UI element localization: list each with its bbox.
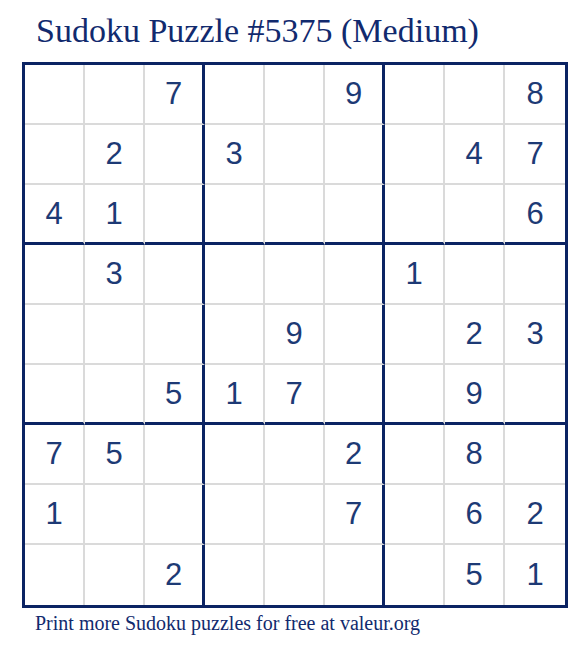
cell-r5c9: 3 <box>505 305 565 365</box>
cell-r2c5[interactable] <box>265 125 325 185</box>
cell-r1c2[interactable] <box>85 65 145 125</box>
cell-r7c2: 5 <box>85 425 145 485</box>
cell-r1c7[interactable] <box>385 65 445 125</box>
cell-r6c3: 5 <box>145 365 205 425</box>
cell-r3c8[interactable] <box>445 185 505 245</box>
footer-note: Print more Sudoku puzzles for free at va… <box>35 612 420 635</box>
cell-r4c3[interactable] <box>145 245 205 305</box>
cell-r9c9: 1 <box>505 545 565 605</box>
cell-r4c5[interactable] <box>265 245 325 305</box>
cell-r7c4[interactable] <box>205 425 265 485</box>
cell-r9c1[interactable] <box>25 545 85 605</box>
cell-r7c9[interactable] <box>505 425 565 485</box>
cell-r9c2[interactable] <box>85 545 145 605</box>
cell-r8c3[interactable] <box>145 485 205 545</box>
cell-r6c7[interactable] <box>385 365 445 425</box>
cell-r1c9: 8 <box>505 65 565 125</box>
cell-r5c4[interactable] <box>205 305 265 365</box>
cell-r1c3: 7 <box>145 65 205 125</box>
cell-r5c3[interactable] <box>145 305 205 365</box>
cell-r2c6[interactable] <box>325 125 385 185</box>
cell-r4c8[interactable] <box>445 245 505 305</box>
cell-r7c5[interactable] <box>265 425 325 485</box>
cell-r3c9: 6 <box>505 185 565 245</box>
cell-r8c5[interactable] <box>265 485 325 545</box>
cell-r9c4[interactable] <box>205 545 265 605</box>
cell-r7c3[interactable] <box>145 425 205 485</box>
cell-r3c6[interactable] <box>325 185 385 245</box>
cell-r6c2[interactable] <box>85 365 145 425</box>
cell-r5c2[interactable] <box>85 305 145 365</box>
cell-r5c1[interactable] <box>25 305 85 365</box>
cell-r6c6[interactable] <box>325 365 385 425</box>
cell-r3c7[interactable] <box>385 185 445 245</box>
cell-r7c8: 8 <box>445 425 505 485</box>
cell-r8c8: 6 <box>445 485 505 545</box>
cell-r2c1[interactable] <box>25 125 85 185</box>
cell-r2c4: 3 <box>205 125 265 185</box>
cell-r8c9: 2 <box>505 485 565 545</box>
cell-r2c8: 4 <box>445 125 505 185</box>
cell-r4c6[interactable] <box>325 245 385 305</box>
cell-r3c3[interactable] <box>145 185 205 245</box>
cell-r6c1[interactable] <box>25 365 85 425</box>
cell-r9c7[interactable] <box>385 545 445 605</box>
cell-r5c5: 9 <box>265 305 325 365</box>
cell-r1c5[interactable] <box>265 65 325 125</box>
page-title: Sudoku Puzzle #5375 (Medium) <box>36 14 574 48</box>
cell-r4c4[interactable] <box>205 245 265 305</box>
cell-r9c8: 5 <box>445 545 505 605</box>
cell-r3c1: 4 <box>25 185 85 245</box>
cell-r6c5: 7 <box>265 365 325 425</box>
cell-r2c2: 2 <box>85 125 145 185</box>
cell-r9c5[interactable] <box>265 545 325 605</box>
cell-r4c2: 3 <box>85 245 145 305</box>
sudoku-board: 798234741631923517975281762251 <box>22 62 568 608</box>
cell-r6c4: 1 <box>205 365 265 425</box>
cell-r6c9[interactable] <box>505 365 565 425</box>
cell-r1c6: 9 <box>325 65 385 125</box>
sudoku-page: Sudoku Puzzle #5375 (Medium) 79823474163… <box>0 14 574 48</box>
cell-r7c6: 2 <box>325 425 385 485</box>
cell-r3c4[interactable] <box>205 185 265 245</box>
cell-r1c4[interactable] <box>205 65 265 125</box>
cell-r8c2[interactable] <box>85 485 145 545</box>
cell-r1c8[interactable] <box>445 65 505 125</box>
cell-r2c3[interactable] <box>145 125 205 185</box>
cell-r8c6: 7 <box>325 485 385 545</box>
cell-r3c2: 1 <box>85 185 145 245</box>
cell-r4c9[interactable] <box>505 245 565 305</box>
cell-r7c7[interactable] <box>385 425 445 485</box>
cell-r8c7[interactable] <box>385 485 445 545</box>
cell-r9c6[interactable] <box>325 545 385 605</box>
cell-r5c7[interactable] <box>385 305 445 365</box>
cell-r6c8: 9 <box>445 365 505 425</box>
cell-r8c4[interactable] <box>205 485 265 545</box>
cell-r5c6[interactable] <box>325 305 385 365</box>
cell-r7c1: 7 <box>25 425 85 485</box>
cell-r2c9: 7 <box>505 125 565 185</box>
cell-r3c5[interactable] <box>265 185 325 245</box>
cell-r8c1: 1 <box>25 485 85 545</box>
cell-r5c8: 2 <box>445 305 505 365</box>
cell-r4c7: 1 <box>385 245 445 305</box>
cell-r1c1[interactable] <box>25 65 85 125</box>
cell-r4c1[interactable] <box>25 245 85 305</box>
cell-r2c7[interactable] <box>385 125 445 185</box>
cell-r9c3: 2 <box>145 545 205 605</box>
